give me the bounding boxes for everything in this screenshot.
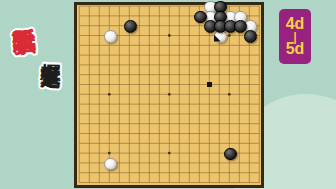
white-stone xyxy=(104,158,117,171)
headline-sub: 探索棋之正道 xyxy=(41,47,61,53)
go-board[interactable] xyxy=(74,2,264,188)
rank-separator: | xyxy=(293,31,296,43)
rank-bottom-label: 5d xyxy=(286,41,305,57)
black-stone xyxy=(244,30,257,43)
headline-main: 斩断实战恶手 xyxy=(10,9,33,14)
thumbnail-stage: 斩断实战恶手 探索棋之正道 4d | 5d xyxy=(0,0,336,189)
black-stone xyxy=(224,148,237,161)
black-stone xyxy=(124,20,137,33)
rank-badge: 4d | 5d xyxy=(279,9,311,64)
white-stone xyxy=(104,30,117,43)
square-marker xyxy=(207,82,212,87)
